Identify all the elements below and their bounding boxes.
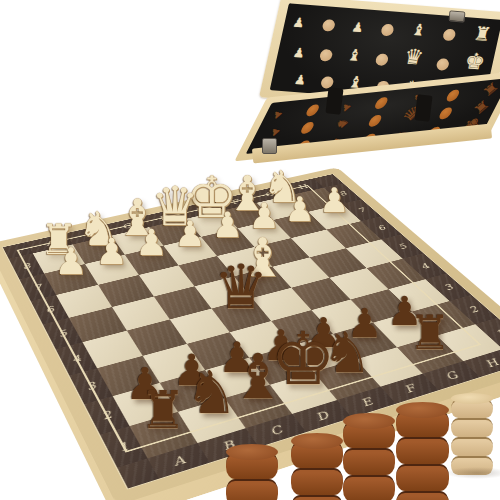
- checker-stack-walnut[interactable]: [343, 413, 395, 500]
- checker-top-face: [343, 413, 395, 429]
- rank-label-text: 7: [355, 207, 367, 214]
- file-label-text: G: [442, 370, 460, 381]
- checker-disc: [226, 479, 278, 500]
- stored-checker-disc: [319, 49, 334, 62]
- rank-label-text: 1: [116, 440, 131, 453]
- checker-stack-walnut[interactable]: [226, 444, 278, 500]
- product-photo-stage: ♟♟♝♜♟♝♛♚♟♝♞♜ ♟♟♝♜♟♞♛♜♟♝♞♚ ABCDEFGH887766…: [0, 0, 500, 500]
- checker-disc: [291, 468, 343, 495]
- checker-disc: [451, 437, 493, 456]
- stored-white-king: ♚: [463, 50, 487, 73]
- rank-label-text: 3: [84, 380, 97, 391]
- checker-top-face: [291, 433, 343, 449]
- file-label-text: E: [194, 206, 206, 213]
- checker-disc: [343, 475, 395, 500]
- file-label-text: F: [229, 199, 241, 206]
- file-label-text: C: [267, 424, 284, 437]
- file-label-text: F: [401, 383, 418, 394]
- rank-label-text: 8: [21, 262, 32, 270]
- stored-white-bishop: ♝: [410, 22, 428, 39]
- checker-top-face: [396, 402, 449, 418]
- rank-label-text: 1: [492, 328, 500, 337]
- checker-disc: [396, 464, 449, 491]
- case-clasp-icon[interactable]: [262, 138, 277, 154]
- stack-shadow: [445, 467, 500, 479]
- rank-label-text: 2: [466, 305, 481, 314]
- stored-checker-disc: [380, 24, 395, 37]
- stored-white-pawn: ♟: [293, 73, 307, 87]
- case-hinge-icon: [414, 94, 432, 122]
- stored-checker-disc: [436, 58, 451, 71]
- checker-stack-walnut[interactable]: [396, 402, 449, 500]
- rank-label-text: 4: [70, 354, 83, 364]
- file-label-text: B: [83, 231, 95, 238]
- file-label-text: C: [120, 222, 132, 229]
- stored-checker-disc: [321, 19, 336, 32]
- file-label-text: A: [170, 454, 187, 467]
- rank-label-text: 7: [32, 283, 43, 291]
- stored-white-rook: ♜: [472, 24, 493, 44]
- checker-disc: [396, 437, 449, 464]
- stored-white-pawn: ♟: [292, 46, 306, 60]
- file-label-text: D: [313, 410, 331, 422]
- rank-label-text: 6: [375, 224, 387, 231]
- rank-label-text: 4: [418, 262, 431, 270]
- case-latch-icon[interactable]: [449, 10, 466, 22]
- checker-stack-natural[interactable]: [451, 393, 493, 475]
- rank-label-text: 6: [44, 305, 56, 314]
- rank-label-text: 2: [100, 409, 114, 421]
- rank-label-text: 5: [56, 329, 68, 338]
- checker-top-face: [451, 393, 493, 404]
- file-label-text: A: [44, 239, 56, 246]
- stored-checker-disc: [375, 53, 390, 66]
- rank-label-text: 3: [441, 283, 455, 291]
- checker-disc: [451, 418, 493, 437]
- stored-white-pawn: ♟: [351, 20, 365, 34]
- stored-white-bishop: ♝: [345, 47, 363, 64]
- checker-disc: [291, 495, 343, 500]
- rank-label-text: 8: [337, 190, 349, 196]
- checker-disc: [396, 491, 449, 500]
- case-hinge-icon: [325, 87, 343, 115]
- stored-checker-disc: [442, 29, 457, 42]
- rank-label-text: 5: [396, 243, 409, 250]
- file-label-text: H: [482, 357, 500, 368]
- stored-white-queen: ♛: [402, 47, 425, 69]
- checker-disc: [343, 448, 395, 475]
- file-label-text: H: [296, 183, 310, 190]
- file-label-text: G: [263, 191, 276, 198]
- file-label-text: D: [157, 214, 170, 221]
- checker-top-face: [226, 444, 278, 460]
- checker-stack-walnut[interactable]: [291, 433, 343, 500]
- file-label-text: E: [358, 396, 375, 408]
- stored-white-pawn: ♟: [291, 16, 305, 30]
